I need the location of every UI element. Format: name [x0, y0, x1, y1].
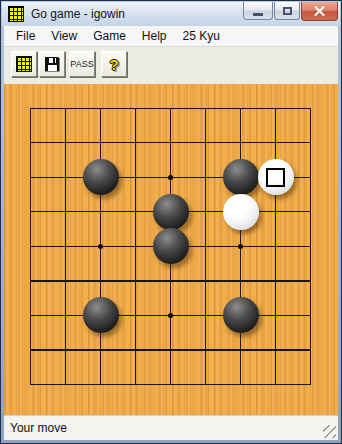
board-point[interactable]	[258, 298, 293, 333]
board-point[interactable]	[83, 332, 118, 367]
board-point[interactable]	[293, 367, 328, 402]
board-point[interactable]	[13, 91, 48, 126]
board-point[interactable]	[153, 298, 188, 333]
board-point[interactable]	[223, 367, 258, 402]
board-point[interactable]	[13, 298, 48, 333]
board-point[interactable]	[83, 263, 118, 298]
status-text: Your move	[4, 421, 67, 435]
board-point[interactable]	[48, 194, 83, 229]
board-point[interactable]	[188, 263, 223, 298]
board-point[interactable]	[48, 160, 83, 195]
board-point[interactable]	[118, 125, 153, 160]
help-button[interactable]: ?	[101, 51, 127, 77]
board-point[interactable]	[223, 160, 258, 195]
board-point[interactable]	[153, 229, 188, 264]
board-point[interactable]	[188, 332, 223, 367]
close-icon	[314, 6, 325, 17]
title-bar[interactable]: Go game - igowin	[2, 2, 340, 26]
board-point[interactable]	[188, 367, 223, 402]
black-stone	[223, 297, 259, 333]
board-point[interactable]	[13, 263, 48, 298]
board-point[interactable]	[13, 229, 48, 264]
board-point[interactable]	[188, 229, 223, 264]
client-area: File View Game Help 25 Kyu PASS ?	[4, 26, 338, 440]
board-point[interactable]	[13, 367, 48, 402]
board-point[interactable]	[223, 91, 258, 126]
board-point[interactable]	[48, 91, 83, 126]
minimize-icon	[253, 13, 263, 16]
resize-grip[interactable]	[323, 425, 336, 438]
board-point[interactable]	[153, 332, 188, 367]
save-button[interactable]	[39, 51, 65, 77]
board-point[interactable]	[83, 91, 118, 126]
board-point[interactable]	[293, 160, 328, 195]
board-point[interactable]	[293, 263, 328, 298]
board-point[interactable]	[223, 229, 258, 264]
board-point[interactable]	[258, 91, 293, 126]
board-point[interactable]	[48, 263, 83, 298]
board-point[interactable]	[153, 160, 188, 195]
board-point[interactable]	[293, 194, 328, 229]
maximize-button[interactable]	[274, 2, 300, 20]
board-point[interactable]	[188, 194, 223, 229]
menu-view[interactable]: View	[43, 27, 85, 45]
question-mark-icon: ?	[109, 56, 118, 73]
board-point[interactable]	[293, 332, 328, 367]
board-point[interactable]	[83, 229, 118, 264]
white-stone	[258, 159, 294, 195]
board-point[interactable]	[188, 160, 223, 195]
black-stone	[83, 159, 119, 195]
save-floppy-icon	[45, 57, 60, 72]
window-controls	[242, 2, 338, 21]
board-point[interactable]	[83, 194, 118, 229]
board-point[interactable]	[223, 194, 258, 229]
board-point[interactable]	[188, 91, 223, 126]
board-point[interactable]	[83, 298, 118, 333]
board-point[interactable]	[258, 367, 293, 402]
board-point[interactable]	[118, 263, 153, 298]
board-point[interactable]	[293, 125, 328, 160]
board-point[interactable]	[118, 160, 153, 195]
board-point[interactable]	[223, 298, 258, 333]
menu-help[interactable]: Help	[134, 27, 175, 45]
board-grid	[13, 91, 328, 402]
window-title: Go game - igowin	[31, 7, 125, 21]
board-point[interactable]	[118, 332, 153, 367]
black-stone	[83, 297, 119, 333]
board-point[interactable]	[293, 91, 328, 126]
menu-file[interactable]: File	[8, 27, 43, 45]
board-point[interactable]	[258, 332, 293, 367]
board-point[interactable]	[83, 125, 118, 160]
app-icon-go-grid	[8, 6, 24, 22]
board-point[interactable]	[13, 332, 48, 367]
status-bar: Your move	[4, 415, 338, 440]
board-point[interactable]	[118, 91, 153, 126]
go-board[interactable]	[4, 84, 338, 415]
board-point[interactable]	[293, 229, 328, 264]
board-point[interactable]	[153, 125, 188, 160]
board-point[interactable]	[223, 263, 258, 298]
menu-bar: File View Game Help 25 Kyu	[4, 26, 338, 47]
board-point[interactable]	[223, 332, 258, 367]
board-point[interactable]	[48, 332, 83, 367]
menu-rank-25kyu[interactable]: 25 Kyu	[175, 27, 228, 45]
board-point[interactable]	[153, 91, 188, 126]
board-point[interactable]	[118, 194, 153, 229]
new-game-button[interactable]	[11, 51, 37, 77]
board-point[interactable]	[48, 125, 83, 160]
app-window: Go game - igowin File View Game Help 25 …	[0, 0, 342, 444]
board-point[interactable]	[118, 298, 153, 333]
board-point[interactable]	[48, 229, 83, 264]
board-point[interactable]	[118, 229, 153, 264]
board-point[interactable]	[188, 125, 223, 160]
board-point[interactable]	[258, 160, 293, 195]
board-point[interactable]	[83, 160, 118, 195]
board-point[interactable]	[153, 367, 188, 402]
white-stone	[223, 194, 259, 230]
board-grid-icon	[16, 56, 32, 72]
board-point[interactable]	[48, 298, 83, 333]
board-point[interactable]	[258, 263, 293, 298]
board-point[interactable]	[118, 367, 153, 402]
black-stone	[223, 159, 259, 195]
toolbar: PASS ?	[4, 47, 338, 84]
maximize-icon	[283, 7, 292, 15]
board-point[interactable]	[48, 367, 83, 402]
menu-game[interactable]: Game	[85, 27, 134, 45]
minimize-button[interactable]	[243, 2, 273, 20]
black-stone	[153, 228, 189, 264]
board-point[interactable]	[153, 263, 188, 298]
board-point[interactable]	[258, 229, 293, 264]
board-point[interactable]	[223, 125, 258, 160]
board-point[interactable]	[83, 367, 118, 402]
board-point[interactable]	[13, 160, 48, 195]
board-point[interactable]	[258, 194, 293, 229]
pass-button[interactable]: PASS	[69, 51, 95, 77]
board-point[interactable]	[293, 298, 328, 333]
board-point[interactable]	[13, 125, 48, 160]
last-move-marker	[266, 168, 285, 187]
board-point[interactable]	[258, 125, 293, 160]
black-stone	[153, 194, 189, 230]
board-point[interactable]	[188, 298, 223, 333]
close-button[interactable]	[301, 2, 338, 21]
board-point[interactable]	[13, 194, 48, 229]
board-point[interactable]	[153, 194, 188, 229]
